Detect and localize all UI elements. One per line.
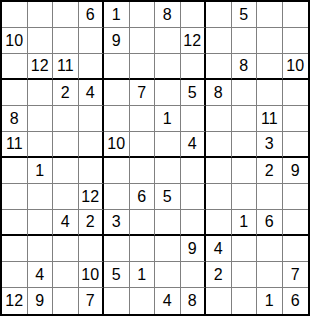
cell-r12c1[interactable]: 12 [2, 288, 28, 314]
cell-r10c10[interactable] [232, 236, 258, 262]
cell-r8c6[interactable]: 6 [130, 184, 156, 210]
cell-r8c7[interactable]: 5 [155, 184, 181, 210]
cell-r10c9[interactable]: 4 [206, 236, 232, 262]
cell-r11c9[interactable]: 2 [206, 262, 232, 288]
cell-r9c11[interactable]: 6 [257, 210, 283, 236]
cell-r2c10[interactable] [232, 28, 258, 54]
cell-r12c8[interactable]: 8 [181, 288, 207, 314]
cell-r1c9[interactable] [206, 2, 232, 28]
cell-r1c10[interactable]: 5 [232, 2, 258, 28]
cell-r12c7[interactable]: 4 [155, 288, 181, 314]
cell-r7c4[interactable] [79, 158, 105, 184]
cell-r4c2[interactable] [28, 80, 54, 106]
cell-r1c7[interactable]: 8 [155, 2, 181, 28]
cell-r2c3[interactable] [53, 28, 79, 54]
cell-r7c12[interactable]: 9 [283, 158, 309, 184]
cell-r2c9[interactable] [206, 28, 232, 54]
cell-r9c12[interactable] [283, 210, 309, 236]
cell-r8c8[interactable] [181, 184, 207, 210]
cell-r3c8[interactable] [181, 54, 207, 80]
cell-r8c12[interactable] [283, 184, 309, 210]
cell-r4c5[interactable] [104, 80, 130, 106]
cell-r11c11[interactable] [257, 262, 283, 288]
cell-r5c3[interactable] [53, 106, 79, 132]
cell-r4c11[interactable] [257, 80, 283, 106]
cell-r5c6[interactable] [130, 106, 156, 132]
cell-r11c12[interactable]: 7 [283, 262, 309, 288]
cell-r3c6[interactable] [130, 54, 156, 80]
cell-r5c2[interactable] [28, 106, 54, 132]
cell-r2c8[interactable]: 12 [181, 28, 207, 54]
cell-r7c2[interactable]: 1 [28, 158, 54, 184]
cell-r6c6[interactable] [130, 132, 156, 158]
cell-r5c8[interactable] [181, 106, 207, 132]
cell-r2c4[interactable] [79, 28, 105, 54]
cell-r9c1[interactable] [2, 210, 28, 236]
cell-r2c11[interactable] [257, 28, 283, 54]
cell-r7c8[interactable] [181, 158, 207, 184]
cell-r3c11[interactable] [257, 54, 283, 80]
cell-r6c12[interactable] [283, 132, 309, 158]
cell-r11c3[interactable] [53, 262, 79, 288]
cell-r5c1[interactable]: 8 [2, 106, 28, 132]
cell-r5c5[interactable] [104, 106, 130, 132]
cell-r9c5[interactable]: 3 [104, 210, 130, 236]
cell-r12c10[interactable] [232, 288, 258, 314]
cell-r2c12[interactable] [283, 28, 309, 54]
cell-r6c5[interactable]: 10 [104, 132, 130, 158]
cell-r4c10[interactable] [232, 80, 258, 106]
cell-r1c12[interactable] [283, 2, 309, 28]
cell-r4c6[interactable]: 7 [130, 80, 156, 106]
cell-r1c6[interactable] [130, 2, 156, 28]
cell-r12c2[interactable]: 9 [28, 288, 54, 314]
cell-r11c7[interactable] [155, 262, 181, 288]
cell-r8c5[interactable] [104, 184, 130, 210]
cell-r7c11[interactable]: 2 [257, 158, 283, 184]
cell-r4c4[interactable]: 4 [79, 80, 105, 106]
cell-r1c8[interactable] [181, 2, 207, 28]
cell-r9c3[interactable]: 4 [53, 210, 79, 236]
cell-r3c1[interactable] [2, 54, 28, 80]
cell-r7c7[interactable] [155, 158, 181, 184]
cell-r2c2[interactable] [28, 28, 54, 54]
cell-r10c2[interactable] [28, 236, 54, 262]
cell-r7c3[interactable] [53, 158, 79, 184]
cell-r8c1[interactable] [2, 184, 28, 210]
cell-r2c6[interactable] [130, 28, 156, 54]
sudoku-board: 6185109121211810247588111111043129126542… [0, 0, 310, 316]
cell-r6c11[interactable]: 3 [257, 132, 283, 158]
cell-r1c3[interactable] [53, 2, 79, 28]
cell-r4c8[interactable]: 5 [181, 80, 207, 106]
cell-r1c1[interactable] [2, 2, 28, 28]
cell-r1c2[interactable] [28, 2, 54, 28]
cell-r7c6[interactable] [130, 158, 156, 184]
cell-r3c7[interactable] [155, 54, 181, 80]
cell-r10c6[interactable] [130, 236, 156, 262]
cell-r5c10[interactable] [232, 106, 258, 132]
cell-r10c7[interactable] [155, 236, 181, 262]
cell-r6c9[interactable] [206, 132, 232, 158]
cell-r10c5[interactable] [104, 236, 130, 262]
cell-r8c4[interactable]: 12 [79, 184, 105, 210]
cell-r5c4[interactable] [79, 106, 105, 132]
cell-r6c2[interactable] [28, 132, 54, 158]
cell-r5c7[interactable]: 1 [155, 106, 181, 132]
cell-r3c9[interactable] [206, 54, 232, 80]
cell-r6c1[interactable]: 11 [2, 132, 28, 158]
cell-r1c11[interactable] [257, 2, 283, 28]
cell-r3c4[interactable] [79, 54, 105, 80]
cell-r12c6[interactable] [130, 288, 156, 314]
cell-r5c12[interactable] [283, 106, 309, 132]
cell-r7c10[interactable] [232, 158, 258, 184]
cell-r4c1[interactable] [2, 80, 28, 106]
cell-r8c2[interactable] [28, 184, 54, 210]
cell-r12c12[interactable]: 6 [283, 288, 309, 314]
cell-r11c1[interactable] [2, 262, 28, 288]
cell-r4c9[interactable]: 8 [206, 80, 232, 106]
cell-r1c5[interactable]: 1 [104, 2, 130, 28]
cell-r2c5[interactable]: 9 [104, 28, 130, 54]
cell-r9c9[interactable] [206, 210, 232, 236]
cell-r5c11[interactable]: 11 [257, 106, 283, 132]
cell-r9c8[interactable] [181, 210, 207, 236]
cell-r7c1[interactable] [2, 158, 28, 184]
cell-r6c3[interactable] [53, 132, 79, 158]
cell-r3c2[interactable]: 12 [28, 54, 54, 80]
cell-r9c7[interactable] [155, 210, 181, 236]
cell-r9c4[interactable]: 2 [79, 210, 105, 236]
cell-r10c11[interactable] [257, 236, 283, 262]
cell-r10c3[interactable] [53, 236, 79, 262]
cell-r7c5[interactable] [104, 158, 130, 184]
cell-r10c8[interactable]: 9 [181, 236, 207, 262]
cell-r10c1[interactable] [2, 236, 28, 262]
cell-r3c10[interactable]: 8 [232, 54, 258, 80]
cell-r12c5[interactable] [104, 288, 130, 314]
cell-r3c12[interactable]: 10 [283, 54, 309, 80]
cell-r10c4[interactable] [79, 236, 105, 262]
cell-r6c10[interactable] [232, 132, 258, 158]
cell-r8c3[interactable] [53, 184, 79, 210]
cell-r4c3[interactable]: 2 [53, 80, 79, 106]
cell-r8c11[interactable] [257, 184, 283, 210]
cell-r12c3[interactable] [53, 288, 79, 314]
cell-r6c8[interactable]: 4 [181, 132, 207, 158]
cell-r9c2[interactable] [28, 210, 54, 236]
cell-r10c12[interactable] [283, 236, 309, 262]
cell-r1c4[interactable]: 6 [79, 2, 105, 28]
cell-r3c5[interactable] [104, 54, 130, 80]
cell-r11c2[interactable]: 4 [28, 262, 54, 288]
cell-r2c1[interactable]: 10 [2, 28, 28, 54]
cell-r12c4[interactable]: 7 [79, 288, 105, 314]
cell-r4c7[interactable] [155, 80, 181, 106]
cell-r4c12[interactable] [283, 80, 309, 106]
cell-r11c6[interactable]: 1 [130, 262, 156, 288]
cell-r9c10[interactable]: 1 [232, 210, 258, 236]
cell-r2c7[interactable] [155, 28, 181, 54]
cell-r12c11[interactable]: 1 [257, 288, 283, 314]
cell-r3c3[interactable]: 11 [53, 54, 79, 80]
cell-r5c9[interactable] [206, 106, 232, 132]
cell-r12c9[interactable] [206, 288, 232, 314]
cell-r6c7[interactable] [155, 132, 181, 158]
cell-r8c9[interactable] [206, 184, 232, 210]
cell-r11c10[interactable] [232, 262, 258, 288]
cell-r11c8[interactable] [181, 262, 207, 288]
cell-r7c9[interactable] [206, 158, 232, 184]
cell-r11c5[interactable]: 5 [104, 262, 130, 288]
cell-r11c4[interactable]: 10 [79, 262, 105, 288]
cell-r9c6[interactable] [130, 210, 156, 236]
cell-r8c10[interactable] [232, 184, 258, 210]
cell-r6c4[interactable] [79, 132, 105, 158]
